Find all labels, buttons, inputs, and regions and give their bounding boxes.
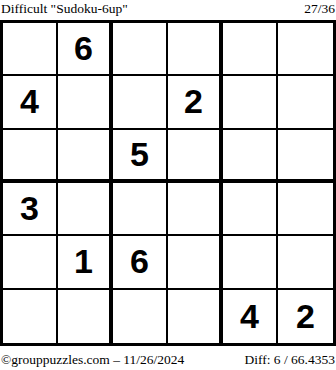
cell-r4c5[interactable] [223, 183, 278, 236]
given-digit: 4 [240, 297, 259, 336]
cell-r2c5[interactable] [223, 76, 278, 129]
cell-r5c5[interactable] [223, 236, 278, 289]
cell-r4c3[interactable] [113, 183, 168, 236]
cell-r1c6[interactable] [278, 23, 333, 76]
difficulty-text: Diff: 6 / 66.4353 [245, 352, 336, 367]
cell-r5c4[interactable] [168, 236, 223, 289]
sudoku-board: 642531642 [0, 20, 336, 346]
cell-r1c4[interactable] [168, 23, 223, 76]
given-digit: 3 [20, 189, 39, 228]
puzzle-page: Difficult "Sudoku-6up" 27/36 642531642 ©… [0, 0, 336, 370]
cell-r3c5[interactable] [223, 130, 278, 183]
cell-r5c6[interactable] [278, 236, 333, 289]
cell-r6c2[interactable] [58, 290, 113, 343]
cell-r3c4[interactable] [168, 130, 223, 183]
cell-r5c1[interactable] [3, 236, 58, 289]
cell-r2c2[interactable] [58, 76, 113, 129]
cell-r2c1[interactable]: 4 [3, 76, 58, 129]
header: Difficult "Sudoku-6up" 27/36 [0, 0, 336, 20]
cell-r6c5[interactable]: 4 [223, 290, 278, 343]
cell-r1c5[interactable] [223, 23, 278, 76]
given-digit: 4 [20, 82, 39, 121]
cell-r2c6[interactable] [278, 76, 333, 129]
cell-r4c4[interactable] [168, 183, 223, 236]
cell-r2c4[interactable]: 2 [168, 76, 223, 129]
given-digit: 2 [184, 82, 203, 121]
puzzle-counter: 27/36 [304, 1, 335, 16]
cell-r4c6[interactable] [278, 183, 333, 236]
copyright-text: ©grouppuzzles.com – 11/26/2024 [1, 352, 184, 367]
cell-r2c3[interactable] [113, 76, 168, 129]
cell-r3c1[interactable] [3, 130, 58, 183]
cell-r6c1[interactable] [3, 290, 58, 343]
given-digit: 1 [74, 242, 93, 281]
cell-r4c1[interactable]: 3 [3, 183, 58, 236]
puzzle-title: Difficult "Sudoku-6up" [1, 1, 128, 16]
cell-r1c2[interactable]: 6 [58, 23, 113, 76]
given-digit: 2 [296, 297, 315, 336]
cell-r6c6[interactable]: 2 [278, 290, 333, 343]
cell-r1c1[interactable] [3, 23, 58, 76]
given-digit: 6 [74, 29, 93, 68]
cell-r6c4[interactable] [168, 290, 223, 343]
cell-r4c2[interactable] [58, 183, 113, 236]
cell-r1c3[interactable] [113, 23, 168, 76]
cell-r6c3[interactable] [113, 290, 168, 343]
footer: ©grouppuzzles.com – 11/26/2024 Diff: 6 /… [0, 346, 336, 370]
cell-r5c2[interactable]: 1 [58, 236, 113, 289]
cell-r3c6[interactable] [278, 130, 333, 183]
cell-r3c3[interactable]: 5 [113, 130, 168, 183]
given-digit: 6 [130, 242, 149, 281]
cell-r3c2[interactable] [58, 130, 113, 183]
cell-r5c3[interactable]: 6 [113, 236, 168, 289]
given-digit: 5 [130, 135, 149, 174]
